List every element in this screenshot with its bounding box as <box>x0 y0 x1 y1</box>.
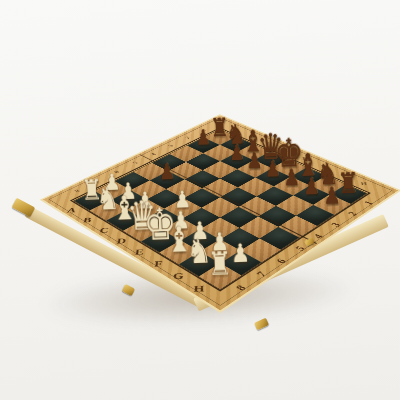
chess-set-photo: ABCDEFGH 12345678 ABCDEFGH 12345678 ♜♞♝♛… <box>0 0 400 400</box>
dark-pawn: ♟ <box>246 150 263 172</box>
dark-pawn: ♟ <box>158 160 175 182</box>
light-rook: ♜ <box>207 247 232 280</box>
dark-pawn: ♟ <box>323 184 341 208</box>
dark-pawn: ♟ <box>195 127 211 148</box>
dark-pawn: ♟ <box>303 175 320 198</box>
dark-pawn: ♟ <box>264 158 281 180</box>
dark-pawn: ♟ <box>283 166 300 189</box>
light-pawn: ♟ <box>230 240 250 266</box>
dark-pawn: ♟ <box>228 142 244 164</box>
